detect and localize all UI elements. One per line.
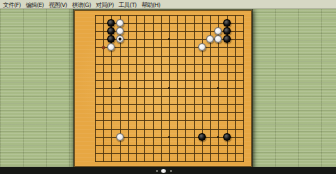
grid-vline [235,15,236,162]
grid-hline [95,96,244,97]
menu-item-4[interactable]: 对局(P) [96,0,114,9]
white-stone-D17 [116,27,124,35]
white-stone-D18 [116,19,124,27]
white-stone-C15 [107,43,115,51]
white-stone-D4 [116,133,124,141]
grid-hline [95,112,244,113]
black-stone-R16 [223,35,231,43]
status-bar [0,167,336,174]
menu-item-1[interactable]: 编辑(E) [26,0,44,9]
black-stone-C16 [107,35,115,43]
grid-hline [95,120,244,121]
white-stone-P16 [206,35,214,43]
star-point [168,87,170,89]
white-stone-Q16 [214,35,222,43]
black-stone-R18 [223,19,231,27]
star-point [168,136,170,138]
white-stone-icon [161,169,166,173]
grid-vline [243,15,244,162]
black-stone-R17 [223,27,231,35]
grid-vline [185,15,186,162]
white-stone-O15 [198,43,206,51]
go-app-window: 文件(F)编辑(E)视图(V)棋谱(G)对局(P)工具(T)帮助(H) [0,0,336,174]
white-stone-D16 [116,35,124,43]
grid-hline [95,153,244,154]
last-move-marker [118,38,121,41]
black-stone-O4 [198,133,206,141]
menu-item-6[interactable]: 帮助(H) [141,0,160,9]
grid-vline [194,15,195,162]
star-point [119,87,121,89]
white-stone-Q17 [214,27,222,35]
menu-item-5[interactable]: 工具(T) [119,0,137,9]
black-stone-C18 [107,19,115,27]
grid-vline [177,15,178,162]
black-stone-R4 [223,133,231,141]
menu-bar: 文件(F)编辑(E)视图(V)棋谱(G)对局(P)工具(T)帮助(H) [0,0,336,9]
grid-hline [95,104,244,105]
menu-item-2[interactable]: 视图(V) [49,0,67,9]
left-tatami-panel [0,9,74,167]
right-tatami-panel [252,9,336,167]
grid-hline [95,145,244,146]
grid-hline [95,161,244,162]
menu-item-0[interactable]: 文件(F) [3,0,21,9]
grid-hline [95,129,244,130]
red-marker [102,46,105,49]
goban-board[interactable] [74,10,252,167]
status-dot-left-icon [156,170,158,172]
status-dot-right-icon [170,170,172,172]
black-stone-C17 [107,27,115,35]
menu-item-3[interactable]: 棋谱(G) [72,0,91,9]
